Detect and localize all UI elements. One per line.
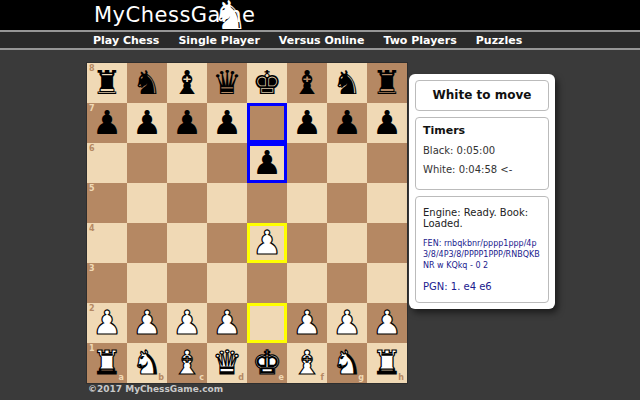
square-e7[interactable] <box>247 103 287 143</box>
piece-white-pawn[interactable]: ♟ <box>367 303 407 343</box>
piece-black-knight[interactable]: ♞ <box>327 63 367 103</box>
square-a8[interactable]: ♜8 <box>87 63 127 103</box>
rank-label-3: 3 <box>89 264 95 273</box>
piece-black-pawn[interactable]: ♟ <box>207 103 247 143</box>
piece-black-pawn[interactable]: ♟ <box>327 103 367 143</box>
knight-icon: ♞ <box>212 0 248 36</box>
chess-board: ♜8♞♝♛♚♝♞♜♟7♟♟♟♟♟♟6♟54♟3♟2♟♟♟♟♟♟♜1a♞b♝c♛d… <box>87 63 407 383</box>
rank-label-2: 2 <box>89 304 95 313</box>
square-f7[interactable]: ♟ <box>287 103 327 143</box>
piece-black-pawn[interactable]: ♟ <box>167 103 207 143</box>
piece-black-pawn[interactable]: ♟ <box>247 143 287 183</box>
timers-box: Timers Black: 0:05:00 White: 0:04:58 <- <box>415 117 549 190</box>
square-d3[interactable] <box>207 263 247 303</box>
square-c3[interactable] <box>167 263 207 303</box>
piece-white-pawn[interactable]: ♟ <box>287 303 327 343</box>
piece-black-pawn[interactable]: ♟ <box>367 103 407 143</box>
header-bar: MyChessGame ♞ <box>0 0 640 30</box>
file-label-g: g <box>358 373 364 382</box>
piece-black-queen[interactable]: ♛ <box>207 63 247 103</box>
square-e1[interactable]: ♚e <box>247 343 287 383</box>
square-h7[interactable]: ♟ <box>367 103 407 143</box>
square-b6[interactable] <box>127 143 167 183</box>
square-e5[interactable] <box>247 183 287 223</box>
square-b8[interactable]: ♞ <box>127 63 167 103</box>
square-c2[interactable]: ♟ <box>167 303 207 343</box>
square-d4[interactable] <box>207 223 247 263</box>
main-nav: Play Chess Single Player Versus Online T… <box>0 30 640 50</box>
square-g4[interactable] <box>327 223 367 263</box>
square-g7[interactable]: ♟ <box>327 103 367 143</box>
engine-box: Engine: Ready. Book: Loaded. FEN: rnbqkb… <box>415 196 549 303</box>
square-c8[interactable]: ♝ <box>167 63 207 103</box>
piece-black-king[interactable]: ♚ <box>247 63 287 103</box>
square-c1[interactable]: ♝c <box>167 343 207 383</box>
square-d5[interactable] <box>207 183 247 223</box>
fen-text: FEN: rnbqkbnr/pppp1ppp/4p3/8/4P3/8/PPPP1… <box>423 239 541 271</box>
square-f1[interactable]: ♝f <box>287 343 327 383</box>
nav-item-two-players[interactable]: Two Players <box>383 34 456 47</box>
square-c7[interactable]: ♟ <box>167 103 207 143</box>
square-a4[interactable]: 4 <box>87 223 127 263</box>
piece-white-pawn[interactable]: ♟ <box>167 303 207 343</box>
file-label-f: f <box>321 373 324 382</box>
copyright-text: ©2017 MyChessGame.com <box>88 384 223 394</box>
timers-title: Timers <box>423 124 541 137</box>
square-g5[interactable] <box>327 183 367 223</box>
square-b2[interactable]: ♟ <box>127 303 167 343</box>
square-e4[interactable]: ♟ <box>247 223 287 263</box>
piece-black-rook[interactable]: ♜ <box>367 63 407 103</box>
file-label-h: h <box>398 373 404 382</box>
square-a2[interactable]: ♟2 <box>87 303 127 343</box>
piece-white-pawn[interactable]: ♟ <box>247 223 287 263</box>
piece-black-pawn[interactable]: ♟ <box>287 103 327 143</box>
turn-indicator-text: White to move <box>423 87 541 104</box>
piece-black-bishop[interactable]: ♝ <box>287 63 327 103</box>
square-g8[interactable]: ♞ <box>327 63 367 103</box>
piece-black-bishop[interactable]: ♝ <box>167 63 207 103</box>
square-e3[interactable] <box>247 263 287 303</box>
square-g1[interactable]: ♞g <box>327 343 367 383</box>
square-h2[interactable]: ♟ <box>367 303 407 343</box>
square-f8[interactable]: ♝ <box>287 63 327 103</box>
square-a1[interactable]: ♜1a <box>87 343 127 383</box>
square-f6[interactable] <box>287 143 327 183</box>
square-c6[interactable] <box>167 143 207 183</box>
piece-black-knight[interactable]: ♞ <box>127 63 167 103</box>
file-label-e: e <box>279 373 284 382</box>
piece-white-pawn[interactable]: ♟ <box>127 303 167 343</box>
piece-black-pawn[interactable]: ♟ <box>127 103 167 143</box>
square-b5[interactable] <box>127 183 167 223</box>
black-timer: Black: 0:05:00 <box>423 145 541 156</box>
square-a5[interactable]: 5 <box>87 183 127 223</box>
file-label-b: b <box>158 373 164 382</box>
pgn-text: PGN: 1. e4 e6 <box>423 281 541 292</box>
square-b1[interactable]: ♞b <box>127 343 167 383</box>
square-f5[interactable] <box>287 183 327 223</box>
square-g2[interactable]: ♟ <box>327 303 367 343</box>
square-f4[interactable] <box>287 223 327 263</box>
nav-item-versus-online[interactable]: Versus Online <box>279 34 365 47</box>
rank-label-6: 6 <box>89 144 95 153</box>
square-e8[interactable]: ♚ <box>247 63 287 103</box>
square-h4[interactable] <box>367 223 407 263</box>
piece-white-pawn[interactable]: ♟ <box>207 303 247 343</box>
square-c5[interactable] <box>167 183 207 223</box>
nav-item-play-chess[interactable]: Play Chess <box>93 34 159 47</box>
engine-status: Engine: Ready. Book: Loaded. <box>423 207 541 229</box>
rank-label-8: 8 <box>89 64 95 73</box>
rank-label-1: 1 <box>89 344 95 353</box>
piece-white-pawn[interactable]: ♟ <box>327 303 367 343</box>
file-label-a: a <box>119 373 124 382</box>
square-f3[interactable] <box>287 263 327 303</box>
square-h8[interactable]: ♜ <box>367 63 407 103</box>
square-h3[interactable] <box>367 263 407 303</box>
file-label-c: c <box>199 373 204 382</box>
square-d7[interactable]: ♟ <box>207 103 247 143</box>
turn-indicator: White to move <box>415 80 549 111</box>
square-b4[interactable] <box>127 223 167 263</box>
rank-label-7: 7 <box>89 104 95 113</box>
square-d8[interactable]: ♛ <box>207 63 247 103</box>
square-h6[interactable] <box>367 143 407 183</box>
square-d1[interactable]: ♛d <box>207 343 247 383</box>
square-g3[interactable] <box>327 263 367 303</box>
square-b7[interactable]: ♟ <box>127 103 167 143</box>
rank-label-5: 5 <box>89 184 95 193</box>
square-a3[interactable]: 3 <box>87 263 127 303</box>
file-label-d: d <box>238 373 244 382</box>
square-h5[interactable] <box>367 183 407 223</box>
square-h1[interactable]: ♜h <box>367 343 407 383</box>
white-timer: White: 0:04:58 <- <box>423 164 541 175</box>
square-a6[interactable]: 6 <box>87 143 127 183</box>
square-d6[interactable] <box>207 143 247 183</box>
square-b3[interactable] <box>127 263 167 303</box>
game-info-panel: White to move Timers Black: 0:05:00 Whit… <box>409 74 555 309</box>
nav-item-puzzles[interactable]: Puzzles <box>476 34 522 47</box>
square-c4[interactable] <box>167 223 207 263</box>
square-g6[interactable] <box>327 143 367 183</box>
square-e6[interactable]: ♟ <box>247 143 287 183</box>
square-f2[interactable]: ♟ <box>287 303 327 343</box>
rank-label-4: 4 <box>89 224 95 233</box>
square-d2[interactable]: ♟ <box>207 303 247 343</box>
square-a7[interactable]: ♟7 <box>87 103 127 143</box>
square-e2[interactable] <box>247 303 287 343</box>
